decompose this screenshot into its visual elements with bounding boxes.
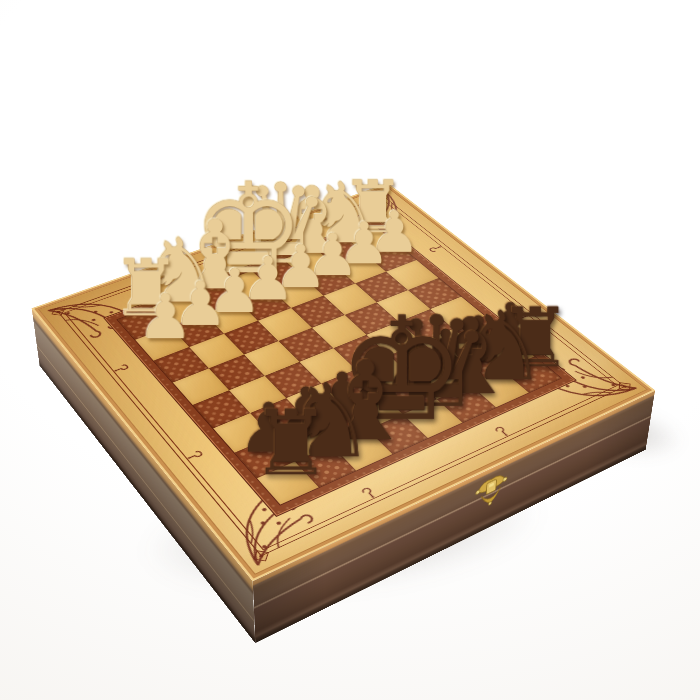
box-lid-top: ♜♞♝♚♛♝♞♜♟♟♟♟♟♟♟♟♟♟♟♟♟♟♟♟♜♞♝♚♛♝♞♜ [32,183,656,581]
edge-curl-icon [491,424,514,439]
chess-box-scene: ♜♞♝♚♛♝♞♜♟♟♟♟♟♟♟♟♟♟♟♟♟♟♟♟♜♞♝♚♛♝♞♜ [0,0,700,700]
edge-curl-icon [357,485,381,501]
chess-grid: ♜♞♝♚♛♝♞♜♟♟♟♟♟♟♟♟♟♟♟♟♟♟♟♟♜♞♝♚♛♝♞♜ [118,226,561,505]
black-rook[interactable]: ♜ [251,401,332,486]
white-pawn[interactable]: ♟ [137,288,193,347]
folding-chess-box: ♜♞♝♚♛♝♞♜♟♟♟♟♟♟♟♟♟♟♟♟♟♟♟♟♜♞♝♚♛♝♞♜ [32,183,656,581]
edge-curl-icon [111,362,132,375]
edge-curl-icon [426,243,445,254]
edge-curl-icon [184,448,206,463]
